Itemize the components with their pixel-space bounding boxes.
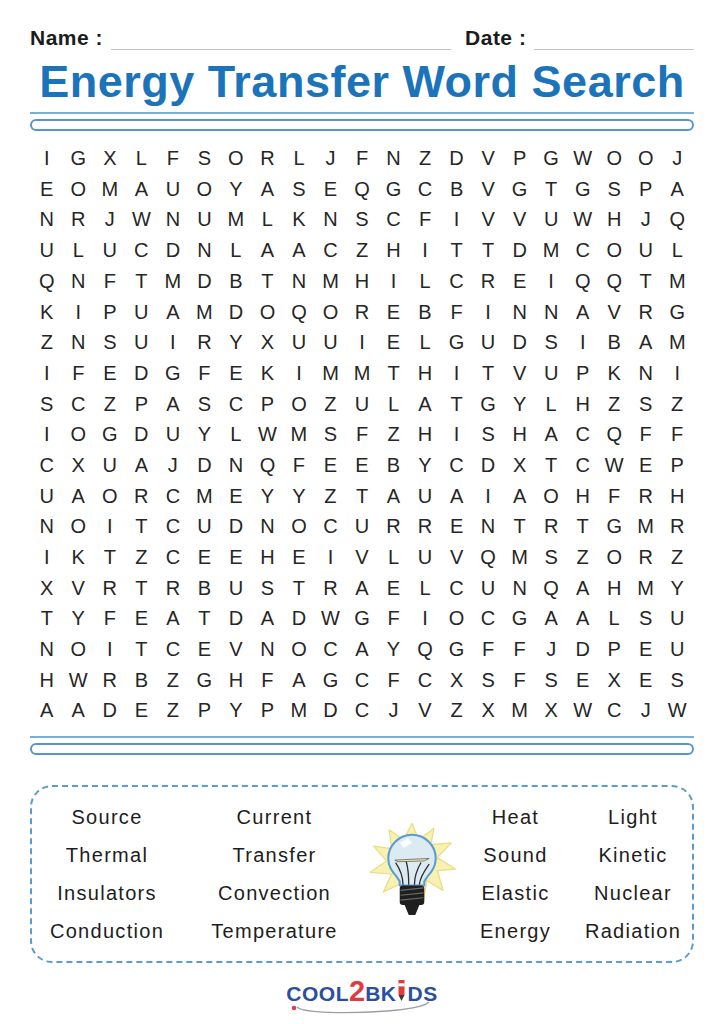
grid-cell-r14c9[interactable]: E bbox=[283, 542, 315, 573]
grid-cell-r2c15[interactable]: V bbox=[472, 174, 504, 205]
grid-cell-r9c4[interactable]: P bbox=[126, 389, 158, 420]
grid-cell-r17c15[interactable]: F bbox=[472, 634, 504, 665]
grid-cell-r2c7[interactable]: Y bbox=[220, 174, 252, 205]
grid-cell-r2c8[interactable]: A bbox=[252, 174, 284, 205]
grid-cell-r17c5[interactable]: C bbox=[157, 634, 189, 665]
grid-cell-r12c13[interactable]: U bbox=[409, 481, 441, 512]
grid-cell-r9c10[interactable]: Z bbox=[315, 389, 347, 420]
grid-cell-r2c14[interactable]: B bbox=[441, 174, 473, 205]
grid-cell-r17c3[interactable]: I bbox=[94, 634, 126, 665]
grid-cell-r15c16[interactable]: N bbox=[504, 573, 536, 604]
grid-cell-r16c15[interactable]: C bbox=[472, 604, 504, 635]
grid-cell-r5c21[interactable]: M bbox=[661, 266, 693, 297]
grid-cell-r13c20[interactable]: M bbox=[630, 512, 662, 543]
grid-cell-r14c6[interactable]: E bbox=[189, 542, 221, 573]
grid-cell-r7c21[interactable]: M bbox=[661, 327, 693, 358]
grid-cell-r11c6[interactable]: D bbox=[189, 450, 221, 481]
grid-cell-r7c4[interactable]: U bbox=[126, 327, 158, 358]
grid-cell-r15c1[interactable]: X bbox=[31, 573, 63, 604]
grid-cell-r18c1[interactable]: H bbox=[31, 665, 63, 696]
grid-cell-r9c20[interactable]: S bbox=[630, 389, 662, 420]
grid-cell-r2c16[interactable]: G bbox=[504, 174, 536, 205]
grid-cell-r1c3[interactable]: X bbox=[94, 143, 126, 174]
grid-cell-r14c13[interactable]: U bbox=[409, 542, 441, 573]
grid-cell-r12c10[interactable]: Z bbox=[315, 481, 347, 512]
grid-cell-r8c21[interactable]: I bbox=[661, 358, 693, 389]
grid-cell-r12c11[interactable]: T bbox=[346, 481, 378, 512]
grid-cell-r3c5[interactable]: N bbox=[157, 205, 189, 236]
grid-cell-r18c6[interactable]: G bbox=[189, 665, 221, 696]
grid-cell-r10c8[interactable]: W bbox=[252, 419, 284, 450]
grid-cell-r19c1[interactable]: A bbox=[31, 696, 63, 727]
grid-cell-r4c16[interactable]: D bbox=[504, 235, 536, 266]
grid-cell-r17c21[interactable]: U bbox=[661, 634, 693, 665]
grid-cell-r13c14[interactable]: E bbox=[441, 512, 473, 543]
grid-cell-r10c9[interactable]: M bbox=[283, 419, 315, 450]
grid-cell-r8c2[interactable]: F bbox=[63, 358, 95, 389]
grid-cell-r15c21[interactable]: Y bbox=[661, 573, 693, 604]
grid-cell-r18c12[interactable]: F bbox=[378, 665, 410, 696]
grid-cell-r7c20[interactable]: A bbox=[630, 327, 662, 358]
grid-cell-r13c3[interactable]: I bbox=[94, 512, 126, 543]
grid-cell-r18c13[interactable]: C bbox=[409, 665, 441, 696]
grid-cell-r15c19[interactable]: H bbox=[598, 573, 630, 604]
grid-cell-r18c16[interactable]: F bbox=[504, 665, 536, 696]
grid-cell-r5c14[interactable]: C bbox=[441, 266, 473, 297]
grid-cell-r12c18[interactable]: H bbox=[567, 481, 599, 512]
grid-cell-r13c2[interactable]: O bbox=[63, 512, 95, 543]
grid-cell-r6c17[interactable]: N bbox=[535, 297, 567, 328]
grid-cell-r2c5[interactable]: U bbox=[157, 174, 189, 205]
grid-cell-r5c19[interactable]: Q bbox=[598, 266, 630, 297]
grid-cell-r17c19[interactable]: P bbox=[598, 634, 630, 665]
grid-cell-r5c2[interactable]: N bbox=[63, 266, 95, 297]
grid-cell-r11c10[interactable]: E bbox=[315, 450, 347, 481]
grid-cell-r1c1[interactable]: I bbox=[31, 143, 63, 174]
grid-cell-r12c4[interactable]: R bbox=[126, 481, 158, 512]
grid-cell-r8c6[interactable]: F bbox=[189, 358, 221, 389]
grid-cell-r13c11[interactable]: U bbox=[346, 512, 378, 543]
grid-cell-r13c18[interactable]: T bbox=[567, 512, 599, 543]
grid-cell-r3c11[interactable]: S bbox=[346, 205, 378, 236]
grid-cell-r8c20[interactable]: N bbox=[630, 358, 662, 389]
grid-cell-r15c11[interactable]: A bbox=[346, 573, 378, 604]
grid-cell-r5c20[interactable]: T bbox=[630, 266, 662, 297]
grid-cell-r13c8[interactable]: N bbox=[252, 512, 284, 543]
grid-cell-r19c16[interactable]: M bbox=[504, 696, 536, 727]
grid-cell-r13c1[interactable]: N bbox=[31, 512, 63, 543]
grid-cell-r2c11[interactable]: Q bbox=[346, 174, 378, 205]
grid-cell-r10c3[interactable]: G bbox=[94, 419, 126, 450]
grid-cell-r3c10[interactable]: N bbox=[315, 205, 347, 236]
grid-cell-r19c6[interactable]: P bbox=[189, 696, 221, 727]
grid-cell-r6c7[interactable]: D bbox=[220, 297, 252, 328]
grid-cell-r10c6[interactable]: Y bbox=[189, 419, 221, 450]
grid-cell-r5c5[interactable]: M bbox=[157, 266, 189, 297]
grid-cell-r4c18[interactable]: C bbox=[567, 235, 599, 266]
grid-cell-r7c8[interactable]: X bbox=[252, 327, 284, 358]
grid-cell-r16c6[interactable]: T bbox=[189, 604, 221, 635]
grid-cell-r13c16[interactable]: T bbox=[504, 512, 536, 543]
grid-cell-r18c8[interactable]: F bbox=[252, 665, 284, 696]
grid-cell-r3c7[interactable]: M bbox=[220, 205, 252, 236]
grid-cell-r15c20[interactable]: M bbox=[630, 573, 662, 604]
date-input-line[interactable] bbox=[534, 27, 694, 50]
grid-cell-r16c3[interactable]: F bbox=[94, 604, 126, 635]
grid-cell-r9c1[interactable]: S bbox=[31, 389, 63, 420]
grid-cell-r8c3[interactable]: E bbox=[94, 358, 126, 389]
grid-cell-r6c18[interactable]: A bbox=[567, 297, 599, 328]
grid-cell-r10c16[interactable]: H bbox=[504, 419, 536, 450]
grid-cell-r16c12[interactable]: F bbox=[378, 604, 410, 635]
grid-cell-r7c16[interactable]: D bbox=[504, 327, 536, 358]
grid-cell-r5c18[interactable]: Q bbox=[567, 266, 599, 297]
grid-cell-r13c6[interactable]: U bbox=[189, 512, 221, 543]
grid-cell-r8c12[interactable]: T bbox=[378, 358, 410, 389]
grid-cell-r11c9[interactable]: F bbox=[283, 450, 315, 481]
grid-cell-r15c6[interactable]: B bbox=[189, 573, 221, 604]
grid-cell-r5c13[interactable]: L bbox=[409, 266, 441, 297]
grid-cell-r6c2[interactable]: I bbox=[63, 297, 95, 328]
grid-cell-r7c14[interactable]: G bbox=[441, 327, 473, 358]
grid-cell-r7c15[interactable]: U bbox=[472, 327, 504, 358]
grid-cell-r4c2[interactable]: L bbox=[63, 235, 95, 266]
grid-cell-r14c15[interactable]: Q bbox=[472, 542, 504, 573]
grid-cell-r4c19[interactable]: O bbox=[598, 235, 630, 266]
grid-cell-r7c19[interactable]: B bbox=[598, 327, 630, 358]
grid-cell-r2c4[interactable]: A bbox=[126, 174, 158, 205]
grid-cell-r1c17[interactable]: G bbox=[535, 143, 567, 174]
grid-cell-r13c19[interactable]: G bbox=[598, 512, 630, 543]
grid-cell-r10c20[interactable]: F bbox=[630, 419, 662, 450]
grid-cell-r6c8[interactable]: O bbox=[252, 297, 284, 328]
grid-cell-r13c13[interactable]: R bbox=[409, 512, 441, 543]
grid-cell-r8c15[interactable]: T bbox=[472, 358, 504, 389]
grid-cell-r18c4[interactable]: B bbox=[126, 665, 158, 696]
grid-cell-r19c12[interactable]: J bbox=[378, 696, 410, 727]
grid-cell-r4c8[interactable]: A bbox=[252, 235, 284, 266]
grid-cell-r4c1[interactable]: U bbox=[31, 235, 63, 266]
grid-cell-r16c11[interactable]: G bbox=[346, 604, 378, 635]
grid-cell-r18c14[interactable]: X bbox=[441, 665, 473, 696]
grid-cell-r19c10[interactable]: D bbox=[315, 696, 347, 727]
grid-cell-r17c17[interactable]: J bbox=[535, 634, 567, 665]
grid-cell-r4c5[interactable]: D bbox=[157, 235, 189, 266]
grid-cell-r7c13[interactable]: L bbox=[409, 327, 441, 358]
grid-cell-r8c18[interactable]: P bbox=[567, 358, 599, 389]
grid-cell-r6c14[interactable]: F bbox=[441, 297, 473, 328]
grid-cell-r5c11[interactable]: H bbox=[346, 266, 378, 297]
grid-cell-r13c10[interactable]: C bbox=[315, 512, 347, 543]
grid-cell-r1c20[interactable]: O bbox=[630, 143, 662, 174]
grid-cell-r15c15[interactable]: U bbox=[472, 573, 504, 604]
grid-cell-r5c4[interactable]: T bbox=[126, 266, 158, 297]
grid-cell-r17c6[interactable]: E bbox=[189, 634, 221, 665]
grid-cell-r6c15[interactable]: I bbox=[472, 297, 504, 328]
grid-cell-r1c5[interactable]: F bbox=[157, 143, 189, 174]
grid-cell-r8c9[interactable]: I bbox=[283, 358, 315, 389]
grid-cell-r16c14[interactable]: O bbox=[441, 604, 473, 635]
grid-cell-r1c21[interactable]: J bbox=[661, 143, 693, 174]
grid-cell-r1c9[interactable]: L bbox=[283, 143, 315, 174]
grid-cell-r19c4[interactable]: E bbox=[126, 696, 158, 727]
grid-cell-r11c8[interactable]: Q bbox=[252, 450, 284, 481]
grid-cell-r8c19[interactable]: K bbox=[598, 358, 630, 389]
grid-cell-r16c9[interactable]: D bbox=[283, 604, 315, 635]
grid-cell-r5c3[interactable]: F bbox=[94, 266, 126, 297]
grid-cell-r14c2[interactable]: K bbox=[63, 542, 95, 573]
grid-cell-r18c10[interactable]: G bbox=[315, 665, 347, 696]
grid-cell-r16c20[interactable]: S bbox=[630, 604, 662, 635]
grid-cell-r13c9[interactable]: O bbox=[283, 512, 315, 543]
grid-cell-r3c21[interactable]: Q bbox=[661, 205, 693, 236]
grid-cell-r14c12[interactable]: L bbox=[378, 542, 410, 573]
grid-cell-r13c15[interactable]: N bbox=[472, 512, 504, 543]
grid-cell-r12c6[interactable]: M bbox=[189, 481, 221, 512]
grid-cell-r3c4[interactable]: W bbox=[126, 205, 158, 236]
grid-cell-r16c2[interactable]: Y bbox=[63, 604, 95, 635]
grid-cell-r10c5[interactable]: U bbox=[157, 419, 189, 450]
grid-cell-r14c20[interactable]: R bbox=[630, 542, 662, 573]
grid-cell-r3c12[interactable]: C bbox=[378, 205, 410, 236]
grid-cell-r12c7[interactable]: E bbox=[220, 481, 252, 512]
grid-cell-r7c6[interactable]: R bbox=[189, 327, 221, 358]
grid-cell-r9c17[interactable]: L bbox=[535, 389, 567, 420]
grid-cell-r8c5[interactable]: G bbox=[157, 358, 189, 389]
grid-cell-r4c3[interactable]: U bbox=[94, 235, 126, 266]
grid-cell-r9c6[interactable]: S bbox=[189, 389, 221, 420]
grid-cell-r7c3[interactable]: S bbox=[94, 327, 126, 358]
grid-cell-r4c17[interactable]: M bbox=[535, 235, 567, 266]
grid-cell-r14c17[interactable]: S bbox=[535, 542, 567, 573]
grid-cell-r2c2[interactable]: O bbox=[63, 174, 95, 205]
grid-cell-r11c20[interactable]: E bbox=[630, 450, 662, 481]
grid-cell-r13c5[interactable]: C bbox=[157, 512, 189, 543]
grid-cell-r5c8[interactable]: T bbox=[252, 266, 284, 297]
grid-cell-r10c14[interactable]: I bbox=[441, 419, 473, 450]
grid-cell-r15c18[interactable]: A bbox=[567, 573, 599, 604]
grid-cell-r17c14[interactable]: G bbox=[441, 634, 473, 665]
grid-cell-r18c17[interactable]: S bbox=[535, 665, 567, 696]
grid-cell-r17c20[interactable]: E bbox=[630, 634, 662, 665]
grid-cell-r12c17[interactable]: O bbox=[535, 481, 567, 512]
grid-cell-r5c10[interactable]: M bbox=[315, 266, 347, 297]
grid-cell-r3c6[interactable]: U bbox=[189, 205, 221, 236]
grid-cell-r15c10[interactable]: R bbox=[315, 573, 347, 604]
grid-cell-r7c12[interactable]: E bbox=[378, 327, 410, 358]
grid-cell-r11c4[interactable]: A bbox=[126, 450, 158, 481]
grid-cell-r19c3[interactable]: D bbox=[94, 696, 126, 727]
grid-cell-r17c1[interactable]: N bbox=[31, 634, 63, 665]
grid-cell-r8c7[interactable]: E bbox=[220, 358, 252, 389]
grid-cell-r2c21[interactable]: A bbox=[661, 174, 693, 205]
grid-cell-r17c16[interactable]: F bbox=[504, 634, 536, 665]
grid-cell-r4c7[interactable]: L bbox=[220, 235, 252, 266]
grid-cell-r1c10[interactable]: J bbox=[315, 143, 347, 174]
grid-cell-r12c21[interactable]: H bbox=[661, 481, 693, 512]
grid-cell-r15c12[interactable]: E bbox=[378, 573, 410, 604]
grid-cell-r5c9[interactable]: N bbox=[283, 266, 315, 297]
grid-cell-r14c14[interactable]: V bbox=[441, 542, 473, 573]
grid-cell-r12c5[interactable]: C bbox=[157, 481, 189, 512]
grid-cell-r19c11[interactable]: C bbox=[346, 696, 378, 727]
grid-cell-r18c20[interactable]: E bbox=[630, 665, 662, 696]
grid-cell-r14c11[interactable]: V bbox=[346, 542, 378, 573]
grid-cell-r14c16[interactable]: M bbox=[504, 542, 536, 573]
grid-cell-r12c15[interactable]: I bbox=[472, 481, 504, 512]
grid-cell-r4c11[interactable]: Z bbox=[346, 235, 378, 266]
grid-cell-r9c5[interactable]: A bbox=[157, 389, 189, 420]
grid-cell-r1c12[interactable]: N bbox=[378, 143, 410, 174]
grid-cell-r18c15[interactable]: S bbox=[472, 665, 504, 696]
grid-cell-r2c9[interactable]: S bbox=[283, 174, 315, 205]
grid-cell-r16c7[interactable]: D bbox=[220, 604, 252, 635]
grid-cell-r16c4[interactable]: E bbox=[126, 604, 158, 635]
grid-cell-r19c7[interactable]: Y bbox=[220, 696, 252, 727]
grid-cell-r6c11[interactable]: R bbox=[346, 297, 378, 328]
grid-cell-r10c15[interactable]: S bbox=[472, 419, 504, 450]
grid-cell-r12c1[interactable]: U bbox=[31, 481, 63, 512]
grid-cell-r16c19[interactable]: L bbox=[598, 604, 630, 635]
grid-cell-r2c19[interactable]: S bbox=[598, 174, 630, 205]
grid-cell-r9c2[interactable]: C bbox=[63, 389, 95, 420]
grid-cell-r1c11[interactable]: F bbox=[346, 143, 378, 174]
grid-cell-r4c15[interactable]: T bbox=[472, 235, 504, 266]
grid-cell-r12c8[interactable]: Y bbox=[252, 481, 284, 512]
grid-cell-r14c7[interactable]: E bbox=[220, 542, 252, 573]
grid-cell-r9c8[interactable]: P bbox=[252, 389, 284, 420]
grid-cell-r11c7[interactable]: N bbox=[220, 450, 252, 481]
grid-cell-r15c8[interactable]: S bbox=[252, 573, 284, 604]
grid-cell-r6c12[interactable]: E bbox=[378, 297, 410, 328]
grid-cell-r4c9[interactable]: A bbox=[283, 235, 315, 266]
grid-cell-r16c10[interactable]: W bbox=[315, 604, 347, 635]
grid-cell-r18c9[interactable]: A bbox=[283, 665, 315, 696]
grid-cell-r19c13[interactable]: V bbox=[409, 696, 441, 727]
grid-cell-r15c4[interactable]: T bbox=[126, 573, 158, 604]
grid-cell-r14c1[interactable]: I bbox=[31, 542, 63, 573]
grid-cell-r12c3[interactable]: O bbox=[94, 481, 126, 512]
grid-cell-r9c13[interactable]: A bbox=[409, 389, 441, 420]
grid-cell-r9c12[interactable]: L bbox=[378, 389, 410, 420]
grid-cell-r7c1[interactable]: Z bbox=[31, 327, 63, 358]
grid-cell-r8c13[interactable]: H bbox=[409, 358, 441, 389]
grid-cell-r1c8[interactable]: R bbox=[252, 143, 284, 174]
grid-cell-r3c18[interactable]: W bbox=[567, 205, 599, 236]
grid-cell-r16c17[interactable]: A bbox=[535, 604, 567, 635]
grid-cell-r12c19[interactable]: F bbox=[598, 481, 630, 512]
grid-cell-r11c14[interactable]: C bbox=[441, 450, 473, 481]
grid-cell-r7c17[interactable]: S bbox=[535, 327, 567, 358]
grid-cell-r9c16[interactable]: Y bbox=[504, 389, 536, 420]
grid-cell-r9c15[interactable]: G bbox=[472, 389, 504, 420]
grid-cell-r19c8[interactable]: P bbox=[252, 696, 284, 727]
grid-cell-r3c15[interactable]: V bbox=[472, 205, 504, 236]
grid-cell-r16c13[interactable]: I bbox=[409, 604, 441, 635]
grid-cell-r17c11[interactable]: A bbox=[346, 634, 378, 665]
grid-cell-r19c2[interactable]: A bbox=[63, 696, 95, 727]
grid-cell-r13c4[interactable]: T bbox=[126, 512, 158, 543]
grid-cell-r12c20[interactable]: R bbox=[630, 481, 662, 512]
grid-cell-r18c5[interactable]: Z bbox=[157, 665, 189, 696]
grid-cell-r5c7[interactable]: B bbox=[220, 266, 252, 297]
grid-cell-r6c19[interactable]: V bbox=[598, 297, 630, 328]
grid-cell-r9c11[interactable]: U bbox=[346, 389, 378, 420]
grid-cell-r19c21[interactable]: W bbox=[661, 696, 693, 727]
grid-cell-r11c15[interactable]: D bbox=[472, 450, 504, 481]
grid-cell-r1c15[interactable]: V bbox=[472, 143, 504, 174]
grid-cell-r10c7[interactable]: L bbox=[220, 419, 252, 450]
grid-cell-r14c3[interactable]: T bbox=[94, 542, 126, 573]
grid-cell-r10c1[interactable]: I bbox=[31, 419, 63, 450]
grid-cell-r6c10[interactable]: O bbox=[315, 297, 347, 328]
grid-cell-r12c12[interactable]: A bbox=[378, 481, 410, 512]
grid-cell-r17c12[interactable]: Y bbox=[378, 634, 410, 665]
grid-cell-r8c4[interactable]: D bbox=[126, 358, 158, 389]
grid-cell-r9c3[interactable]: Z bbox=[94, 389, 126, 420]
grid-cell-r17c9[interactable]: O bbox=[283, 634, 315, 665]
grid-cell-r11c17[interactable]: T bbox=[535, 450, 567, 481]
grid-cell-r17c7[interactable]: V bbox=[220, 634, 252, 665]
grid-cell-r4c13[interactable]: I bbox=[409, 235, 441, 266]
grid-cell-r14c4[interactable]: Z bbox=[126, 542, 158, 573]
grid-cell-r1c4[interactable]: L bbox=[126, 143, 158, 174]
grid-cell-r13c17[interactable]: R bbox=[535, 512, 567, 543]
grid-cell-r8c16[interactable]: V bbox=[504, 358, 536, 389]
grid-cell-r10c19[interactable]: Q bbox=[598, 419, 630, 450]
grid-cell-r2c20[interactable]: P bbox=[630, 174, 662, 205]
grid-cell-r11c19[interactable]: W bbox=[598, 450, 630, 481]
grid-cell-r1c18[interactable]: W bbox=[567, 143, 599, 174]
grid-cell-r9c14[interactable]: T bbox=[441, 389, 473, 420]
grid-cell-r12c16[interactable]: A bbox=[504, 481, 536, 512]
grid-cell-r13c21[interactable]: R bbox=[661, 512, 693, 543]
grid-cell-r6c1[interactable]: K bbox=[31, 297, 63, 328]
grid-cell-r3c3[interactable]: J bbox=[94, 205, 126, 236]
grid-cell-r3c13[interactable]: F bbox=[409, 205, 441, 236]
grid-cell-r9c9[interactable]: O bbox=[283, 389, 315, 420]
grid-cell-r11c12[interactable]: B bbox=[378, 450, 410, 481]
grid-cell-r19c20[interactable]: J bbox=[630, 696, 662, 727]
grid-cell-r19c15[interactable]: X bbox=[472, 696, 504, 727]
grid-cell-r2c13[interactable]: C bbox=[409, 174, 441, 205]
grid-cell-r3c14[interactable]: I bbox=[441, 205, 473, 236]
grid-cell-r8c14[interactable]: I bbox=[441, 358, 473, 389]
grid-cell-r7c18[interactable]: I bbox=[567, 327, 599, 358]
grid-cell-r19c19[interactable]: C bbox=[598, 696, 630, 727]
grid-cell-r3c19[interactable]: H bbox=[598, 205, 630, 236]
grid-cell-r4c14[interactable]: T bbox=[441, 235, 473, 266]
grid-cell-r11c21[interactable]: P bbox=[661, 450, 693, 481]
grid-cell-r6c4[interactable]: U bbox=[126, 297, 158, 328]
grid-cell-r9c18[interactable]: H bbox=[567, 389, 599, 420]
grid-cell-r4c4[interactable]: C bbox=[126, 235, 158, 266]
grid-cell-r14c8[interactable]: H bbox=[252, 542, 284, 573]
grid-cell-r3c8[interactable]: L bbox=[252, 205, 284, 236]
grid-cell-r4c12[interactable]: H bbox=[378, 235, 410, 266]
grid-cell-r9c21[interactable]: Z bbox=[661, 389, 693, 420]
grid-cell-r15c7[interactable]: U bbox=[220, 573, 252, 604]
grid-cell-r15c5[interactable]: R bbox=[157, 573, 189, 604]
grid-cell-r5c1[interactable]: Q bbox=[31, 266, 63, 297]
grid-cell-r16c8[interactable]: A bbox=[252, 604, 284, 635]
grid-cell-r14c10[interactable]: I bbox=[315, 542, 347, 573]
grid-cell-r7c9[interactable]: U bbox=[283, 327, 315, 358]
grid-cell-r19c14[interactable]: Z bbox=[441, 696, 473, 727]
grid-cell-r5c12[interactable]: I bbox=[378, 266, 410, 297]
grid-cell-r4c20[interactable]: U bbox=[630, 235, 662, 266]
grid-cell-r9c19[interactable]: Z bbox=[598, 389, 630, 420]
